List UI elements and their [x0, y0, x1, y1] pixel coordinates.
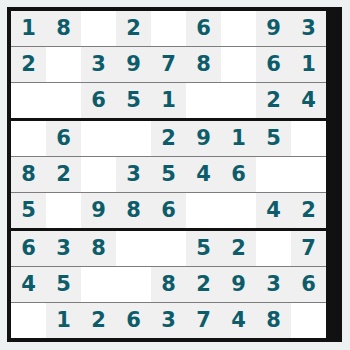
cell-r4c9[interactable] [291, 121, 326, 157]
cell-r7c2[interactable]: 3 [46, 231, 82, 267]
cell-r1c9[interactable]: 3 [291, 11, 326, 47]
cell-r4c2[interactable]: 6 [46, 121, 82, 157]
cell-r6c6[interactable] [186, 193, 224, 231]
cell-r8c7[interactable]: 9 [221, 267, 257, 303]
cell-r3c7[interactable] [221, 83, 257, 121]
cell-r7c1[interactable]: 6 [11, 231, 47, 267]
cell-r2c7[interactable] [221, 47, 257, 83]
cell-r9c5[interactable]: 3 [151, 303, 187, 338]
cell-r4c6[interactable]: 9 [186, 121, 224, 157]
cell-r7c6[interactable]: 5 [186, 231, 224, 267]
cell-r8c5[interactable]: 8 [151, 267, 187, 303]
cell-r7c5[interactable] [151, 231, 187, 267]
cell-r6c8[interactable]: 4 [256, 193, 292, 231]
cell-r5c9[interactable] [291, 157, 326, 193]
cell-r1c7[interactable] [221, 11, 257, 47]
cell-r6c9[interactable]: 2 [291, 193, 326, 231]
cell-r9c3[interactable]: 2 [81, 303, 119, 338]
cell-r8c8[interactable]: 3 [256, 267, 292, 303]
cell-r6c5[interactable]: 6 [151, 193, 187, 231]
cell-r3c4[interactable]: 5 [116, 83, 152, 121]
cell-r6c4[interactable]: 8 [116, 193, 152, 231]
cell-r9c2[interactable]: 1 [46, 303, 82, 338]
sudoku-board: 1826932397861651246291582354659864263852… [7, 7, 342, 342]
cell-r4c7[interactable]: 1 [221, 121, 257, 157]
cell-r8c1[interactable]: 4 [11, 267, 47, 303]
cell-r7c9[interactable]: 7 [291, 231, 326, 267]
cell-r1c6[interactable]: 6 [186, 11, 224, 47]
cell-r7c8[interactable] [256, 231, 292, 267]
cell-r4c4[interactable] [116, 121, 152, 157]
cell-r3c1[interactable] [11, 83, 47, 121]
cell-r8c9[interactable]: 6 [291, 267, 326, 303]
cell-r2c5[interactable]: 7 [151, 47, 187, 83]
cell-r4c5[interactable]: 2 [151, 121, 187, 157]
cell-r2c8[interactable]: 6 [256, 47, 292, 83]
cell-r2c9[interactable]: 1 [291, 47, 326, 83]
cell-r2c4[interactable]: 9 [116, 47, 152, 83]
cell-r8c4[interactable] [116, 267, 152, 303]
cell-r1c4[interactable]: 2 [116, 11, 152, 47]
cell-r1c5[interactable] [151, 11, 187, 47]
cell-r8c3[interactable] [81, 267, 119, 303]
cell-r7c3[interactable]: 8 [81, 231, 119, 267]
cell-r1c1[interactable]: 1 [11, 11, 47, 47]
cell-r2c3[interactable]: 3 [81, 47, 119, 83]
cell-r3c3[interactable]: 6 [81, 83, 119, 121]
cell-r3c5[interactable]: 1 [151, 83, 187, 121]
cell-r6c3[interactable]: 9 [81, 193, 119, 231]
cell-r7c4[interactable] [116, 231, 152, 267]
cell-r6c7[interactable] [221, 193, 257, 231]
cell-r9c4[interactable]: 6 [116, 303, 152, 338]
cell-r5c1[interactable]: 8 [11, 157, 47, 193]
cell-r3c9[interactable]: 4 [291, 83, 326, 121]
cell-r5c2[interactable]: 2 [46, 157, 82, 193]
cell-r4c8[interactable]: 5 [256, 121, 292, 157]
cell-r4c3[interactable] [81, 121, 119, 157]
cell-r8c2[interactable]: 5 [46, 267, 82, 303]
cell-r5c3[interactable] [81, 157, 119, 193]
cell-r7c7[interactable]: 2 [221, 231, 257, 267]
cell-r6c1[interactable]: 5 [11, 193, 47, 231]
cell-r3c6[interactable] [186, 83, 224, 121]
cell-r9c8[interactable]: 8 [256, 303, 292, 338]
cell-r9c1[interactable] [11, 303, 47, 338]
cell-r8c6[interactable]: 2 [186, 267, 224, 303]
cell-r5c7[interactable]: 6 [221, 157, 257, 193]
cell-r4c1[interactable] [11, 121, 47, 157]
cell-r3c8[interactable]: 2 [256, 83, 292, 121]
cell-r2c1[interactable]: 2 [11, 47, 47, 83]
cell-r5c5[interactable]: 5 [151, 157, 187, 193]
cell-r2c2[interactable] [46, 47, 82, 83]
cell-r9c9[interactable] [291, 303, 326, 338]
cell-r1c2[interactable]: 8 [46, 11, 82, 47]
cell-r1c8[interactable]: 9 [256, 11, 292, 47]
cell-r6c2[interactable] [46, 193, 82, 231]
cell-r1c3[interactable] [81, 11, 119, 47]
cell-r5c8[interactable] [256, 157, 292, 193]
cell-r9c6[interactable]: 7 [186, 303, 224, 338]
cell-r9c7[interactable]: 4 [221, 303, 257, 338]
cell-r5c4[interactable]: 3 [116, 157, 152, 193]
cell-r5c6[interactable]: 4 [186, 157, 224, 193]
cell-r3c2[interactable] [46, 83, 82, 121]
cell-r2c6[interactable]: 8 [186, 47, 224, 83]
